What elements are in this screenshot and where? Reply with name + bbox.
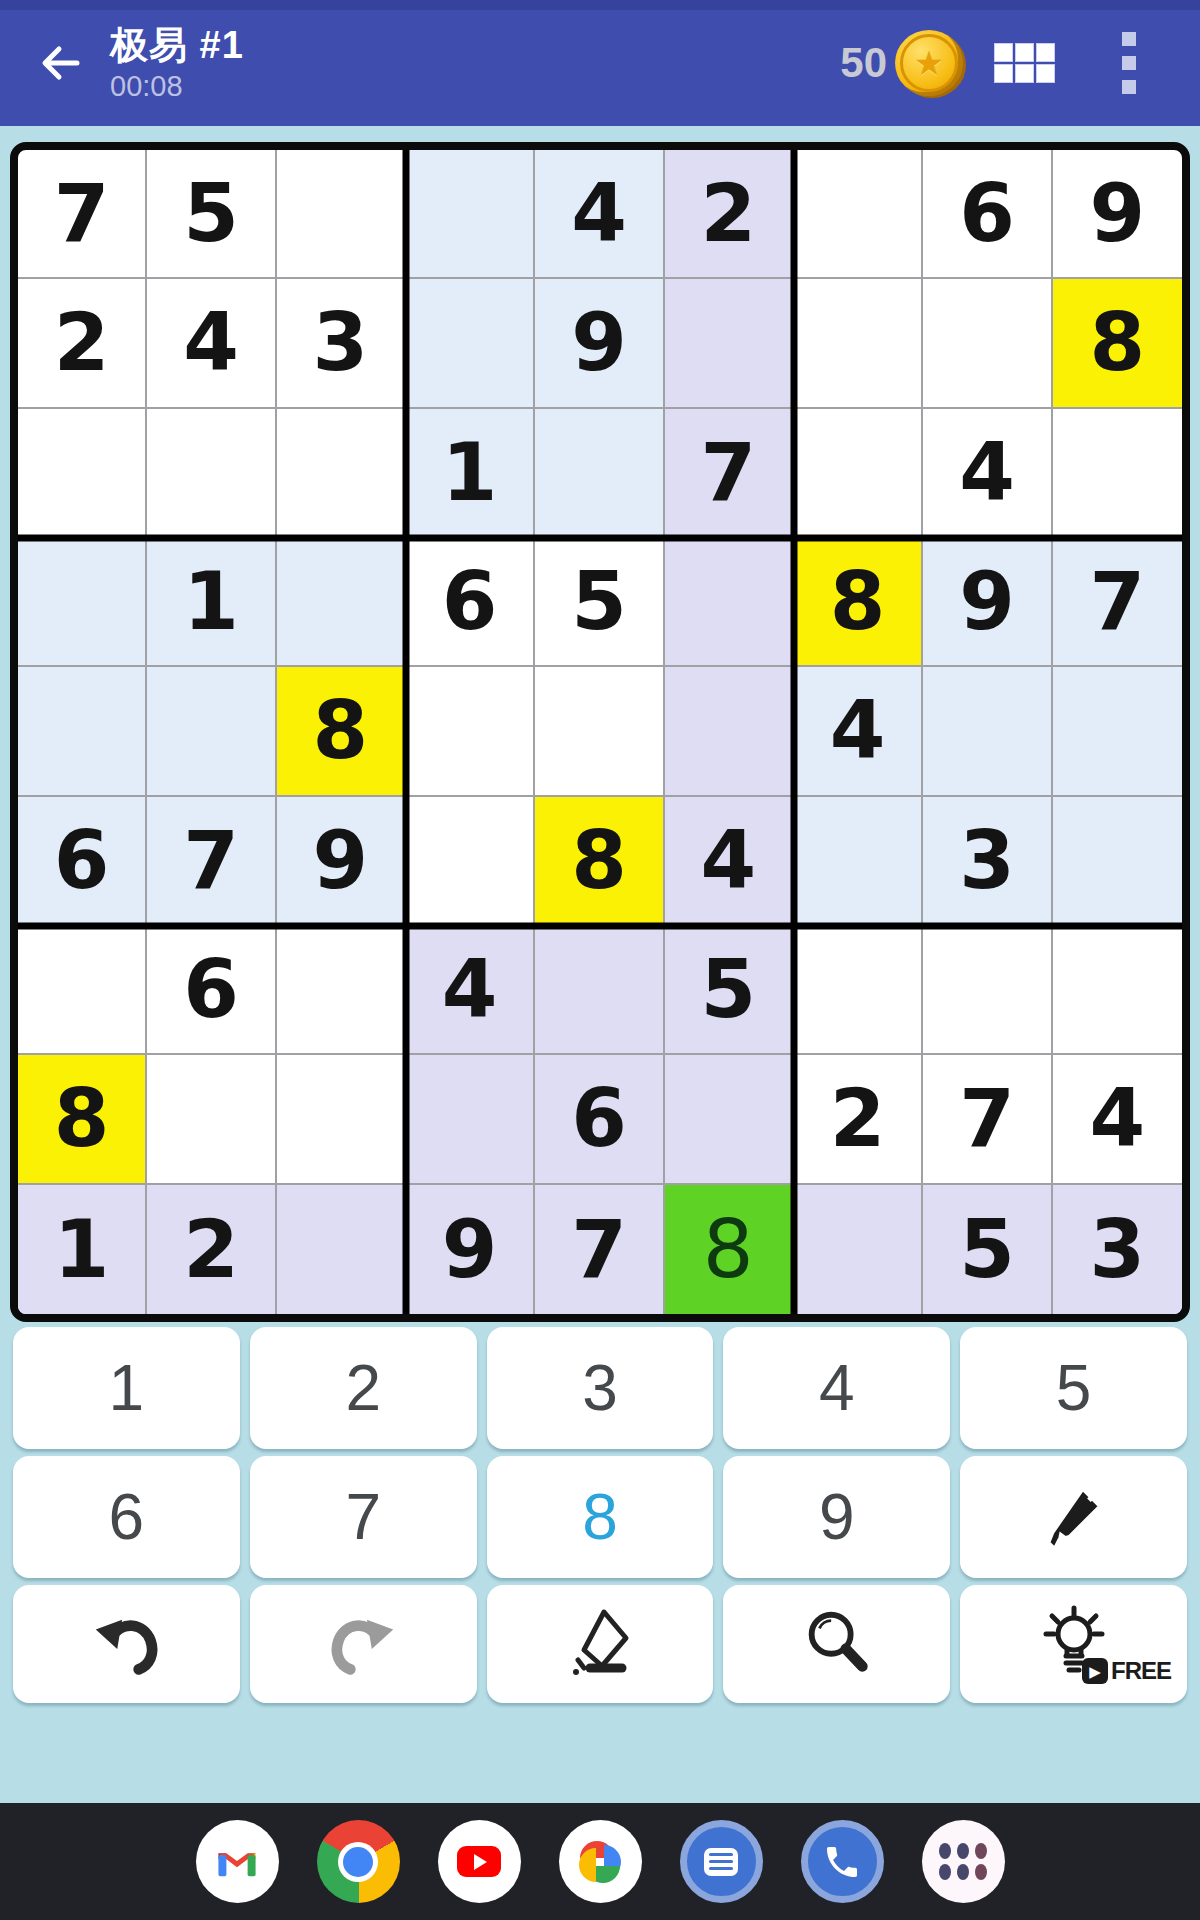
cell-r5c1[interactable] <box>18 667 147 796</box>
cell-r8c5[interactable]: 6 <box>535 1055 664 1184</box>
pencil-icon <box>1038 1481 1110 1553</box>
box-divider-horizontal <box>18 535 1182 542</box>
cell-r9c9[interactable]: 3 <box>1053 1185 1182 1314</box>
given-digit: 2 <box>830 1072 886 1165</box>
cell-r9c6[interactable]: 8 <box>665 1185 794 1314</box>
cell-r2c1[interactable]: 2 <box>18 279 147 408</box>
cell-r2c8[interactable] <box>923 279 1052 408</box>
cell-r5c9[interactable] <box>1053 667 1182 796</box>
overflow-menu-icon[interactable] <box>1116 26 1142 100</box>
cell-r9c4[interactable]: 9 <box>406 1185 535 1314</box>
given-digit: 4 <box>183 296 239 389</box>
user-digit: 8 <box>703 1203 754 1296</box>
pencil-button[interactable] <box>960 1456 1187 1578</box>
numpad-5[interactable]: 5 <box>960 1327 1187 1449</box>
cell-r2c3[interactable]: 3 <box>277 279 406 408</box>
given-digit: 1 <box>442 426 498 519</box>
cell-r3c6[interactable]: 7 <box>665 409 794 538</box>
cell-r4c1[interactable] <box>18 538 147 667</box>
photos-icon[interactable] <box>559 1820 642 1903</box>
given-digit: 5 <box>183 167 239 260</box>
cell-r1c8[interactable]: 6 <box>923 150 1052 279</box>
given-digit: 4 <box>571 167 627 260</box>
given-digit: 8 <box>1089 296 1145 389</box>
cell-r9c1[interactable]: 1 <box>18 1185 147 1314</box>
redo-button[interactable] <box>250 1585 477 1703</box>
given-digit: 3 <box>1089 1203 1145 1296</box>
cell-r8c3[interactable] <box>277 1055 406 1184</box>
given-digit: 4 <box>959 426 1015 519</box>
levels-grid-icon[interactable] <box>995 44 1054 82</box>
numpad-2[interactable]: 2 <box>250 1327 477 1449</box>
cell-r3c4[interactable]: 1 <box>406 409 535 538</box>
cell-r5c2[interactable] <box>147 667 276 796</box>
given-digit: 8 <box>571 814 627 907</box>
numpad: 12345 6789 <box>0 1327 1200 1710</box>
given-digit: 7 <box>571 1203 627 1296</box>
youtube-icon[interactable] <box>438 1820 521 1903</box>
cell-r4c7[interactable]: 8 <box>794 538 923 667</box>
cell-r1c9[interactable]: 9 <box>1053 150 1182 279</box>
given-digit: 4 <box>830 684 886 777</box>
hint-button[interactable]: ▶ FREE <box>960 1585 1187 1703</box>
given-digit: 6 <box>959 167 1015 260</box>
chrome-icon[interactable] <box>317 1820 400 1903</box>
android-dock <box>0 1803 1200 1920</box>
cell-r2c6[interactable] <box>665 279 794 408</box>
cell-r3c1[interactable] <box>18 409 147 538</box>
cell-r1c2[interactable]: 5 <box>147 150 276 279</box>
cell-r4c6[interactable] <box>665 538 794 667</box>
given-digit: 3 <box>312 296 368 389</box>
eraser-icon <box>560 1604 640 1684</box>
numpad-9[interactable]: 9 <box>723 1456 950 1578</box>
coin-icon[interactable]: ★ <box>895 30 963 96</box>
given-digit: 9 <box>442 1203 498 1296</box>
cell-r5c6[interactable] <box>665 667 794 796</box>
cell-r1c6[interactable]: 2 <box>665 150 794 279</box>
cell-r6c4[interactable] <box>406 797 535 926</box>
given-digit: 6 <box>54 814 110 907</box>
given-digit: 3 <box>959 814 1015 907</box>
given-digit: 7 <box>1089 555 1145 648</box>
cell-r4c8[interactable]: 9 <box>923 538 1052 667</box>
free-badge: ▶ FREE <box>1082 1657 1171 1685</box>
cell-r2c2[interactable]: 4 <box>147 279 276 408</box>
given-digit: 9 <box>312 814 368 907</box>
cell-r3c7[interactable] <box>794 409 923 538</box>
undo-button[interactable] <box>13 1585 240 1703</box>
cell-r2c4[interactable] <box>406 279 535 408</box>
given-digit: 9 <box>959 555 1015 648</box>
cell-r3c2[interactable] <box>147 409 276 538</box>
cell-r5c5[interactable] <box>535 667 664 796</box>
cell-r8c7[interactable]: 2 <box>794 1055 923 1184</box>
cell-r8c2[interactable] <box>147 1055 276 1184</box>
cell-r3c5[interactable] <box>535 409 664 538</box>
cell-r7c3[interactable] <box>277 926 406 1055</box>
cell-r6c7[interactable] <box>794 797 923 926</box>
numpad-4[interactable]: 4 <box>723 1327 950 1449</box>
given-digit: 5 <box>700 943 756 1036</box>
page-title: 极易 #1 <box>110 23 244 67</box>
numpad-8[interactable]: 8 <box>487 1456 714 1578</box>
numpad-3[interactable]: 3 <box>487 1327 714 1449</box>
given-digit: 8 <box>312 684 368 777</box>
cell-r8c8[interactable]: 7 <box>923 1055 1052 1184</box>
given-digit: 2 <box>700 167 756 260</box>
cell-r3c9[interactable] <box>1053 409 1182 538</box>
cell-r8c1[interactable]: 8 <box>18 1055 147 1184</box>
given-digit: 8 <box>54 1072 110 1165</box>
back-arrow-icon <box>37 40 83 86</box>
cell-r3c8[interactable]: 4 <box>923 409 1052 538</box>
cell-r6c3[interactable]: 9 <box>277 797 406 926</box>
cell-r8c6[interactable] <box>665 1055 794 1184</box>
cell-r1c7[interactable] <box>794 150 923 279</box>
cell-r4c5[interactable]: 5 <box>535 538 664 667</box>
cell-r8c9[interactable]: 4 <box>1053 1055 1182 1184</box>
numpad-6[interactable]: 6 <box>13 1456 240 1578</box>
box-divider-horizontal <box>18 923 1182 930</box>
given-digit: 2 <box>183 1203 239 1296</box>
coin-count: 50 <box>840 39 887 87</box>
back-button[interactable] <box>28 31 92 95</box>
redo-icon <box>324 1605 402 1683</box>
eraser-button[interactable] <box>487 1585 714 1703</box>
cell-r7c7[interactable] <box>794 926 923 1055</box>
cell-r5c7[interactable]: 4 <box>794 667 923 796</box>
given-digit: 5 <box>959 1203 1015 1296</box>
gmail-icon[interactable] <box>196 1820 279 1903</box>
cell-r6c9[interactable] <box>1053 797 1182 926</box>
search-button[interactable] <box>723 1585 950 1703</box>
given-digit: 6 <box>442 555 498 648</box>
cell-r1c4[interactable] <box>406 150 535 279</box>
cell-r2c5[interactable]: 9 <box>535 279 664 408</box>
given-digit: 4 <box>1089 1072 1145 1165</box>
given-digit: 8 <box>830 555 886 648</box>
messages-icon[interactable] <box>680 1820 763 1903</box>
given-digit: 6 <box>183 943 239 1036</box>
cell-r6c1[interactable]: 6 <box>18 797 147 926</box>
magnifier-icon <box>798 1605 876 1683</box>
cell-r4c2[interactable]: 1 <box>147 538 276 667</box>
cell-r6c5[interactable]: 8 <box>535 797 664 926</box>
given-digit: 9 <box>571 296 627 389</box>
given-digit: 4 <box>442 943 498 1036</box>
cell-r9c7[interactable] <box>794 1185 923 1314</box>
given-digit: 9 <box>1089 167 1145 260</box>
given-digit: 7 <box>959 1072 1015 1165</box>
cell-r9c3[interactable] <box>277 1185 406 1314</box>
cell-r7c5[interactable] <box>535 926 664 1055</box>
cell-r6c8[interactable]: 3 <box>923 797 1052 926</box>
phone-icon[interactable] <box>801 1820 884 1903</box>
given-digit: 7 <box>183 814 239 907</box>
given-digit: 7 <box>700 426 756 519</box>
cell-r5c3[interactable]: 8 <box>277 667 406 796</box>
given-digit: 7 <box>54 167 110 260</box>
given-digit: 2 <box>54 296 110 389</box>
cell-r7c6[interactable]: 5 <box>665 926 794 1055</box>
cell-r9c5[interactable]: 7 <box>535 1185 664 1314</box>
cell-r7c8[interactable] <box>923 926 1052 1055</box>
sudoku-board: 7542692439817416589784679843645862741297… <box>10 142 1190 1322</box>
cell-r7c1[interactable] <box>18 926 147 1055</box>
cell-r5c8[interactable] <box>923 667 1052 796</box>
cell-r7c4[interactable]: 4 <box>406 926 535 1055</box>
given-digit: 6 <box>571 1072 627 1165</box>
cell-r7c9[interactable] <box>1053 926 1182 1055</box>
given-digit: 1 <box>183 555 239 648</box>
cell-r7c2[interactable]: 6 <box>147 926 276 1055</box>
game-timer: 00:08 <box>110 69 244 103</box>
cell-r1c1[interactable]: 7 <box>18 150 147 279</box>
given-digit: 4 <box>700 814 756 907</box>
given-digit: 1 <box>54 1203 110 1296</box>
box-divider-vertical <box>403 150 410 1314</box>
cell-r6c6[interactable]: 4 <box>665 797 794 926</box>
ad-play-icon: ▶ <box>1082 1658 1108 1684</box>
numpad-7[interactable]: 7 <box>250 1456 477 1578</box>
status-bar <box>0 0 1200 10</box>
cell-r4c9[interactable]: 7 <box>1053 538 1182 667</box>
cell-r4c4[interactable]: 6 <box>406 538 535 667</box>
cell-r1c5[interactable]: 4 <box>535 150 664 279</box>
cell-r6c2[interactable]: 7 <box>147 797 276 926</box>
app-bar: 极易 #1 00:08 50 ★ <box>0 0 1200 126</box>
cell-r9c2[interactable]: 2 <box>147 1185 276 1314</box>
cell-r1c3[interactable] <box>277 150 406 279</box>
cell-r5c4[interactable] <box>406 667 535 796</box>
cell-r2c9[interactable]: 8 <box>1053 279 1182 408</box>
undo-icon <box>87 1605 165 1683</box>
cell-r4c3[interactable] <box>277 538 406 667</box>
numpad-1[interactable]: 1 <box>13 1327 240 1449</box>
cell-r2c7[interactable] <box>794 279 923 408</box>
app-drawer-icon[interactable] <box>922 1820 1005 1903</box>
cell-r3c3[interactable] <box>277 409 406 538</box>
cell-r9c8[interactable]: 5 <box>923 1185 1052 1314</box>
cell-r8c4[interactable] <box>406 1055 535 1184</box>
box-divider-vertical <box>791 150 798 1314</box>
given-digit: 5 <box>571 555 627 648</box>
